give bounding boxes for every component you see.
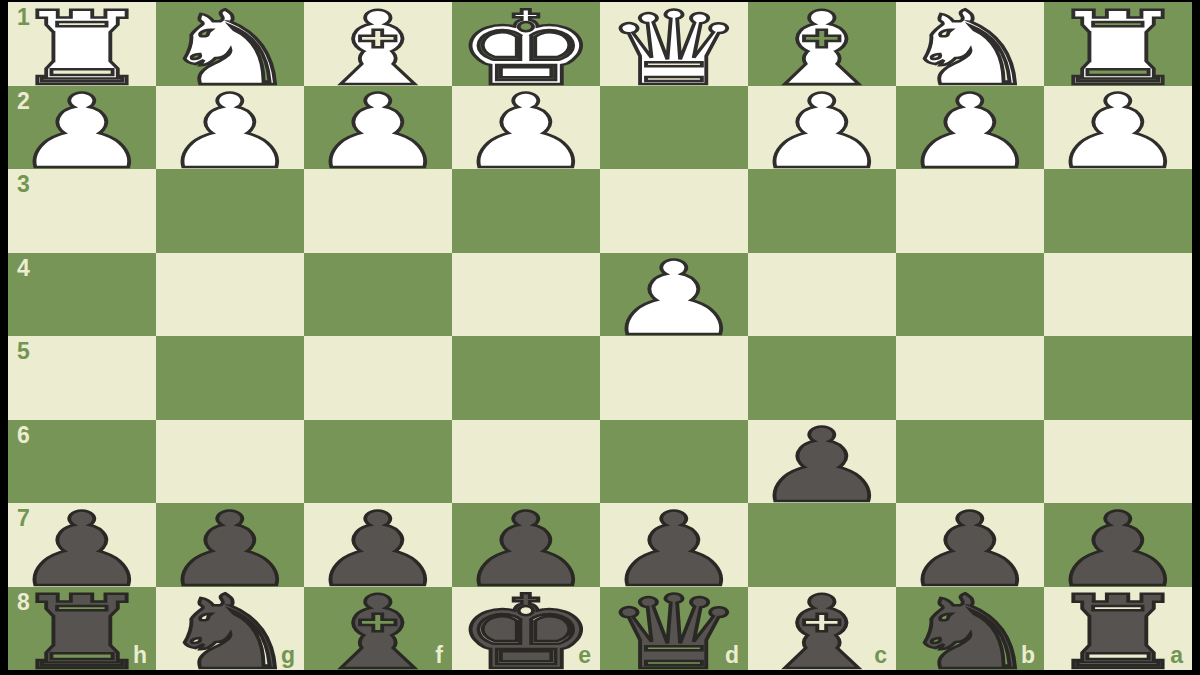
square-f4[interactable] <box>304 253 452 337</box>
square-g4[interactable] <box>156 253 304 337</box>
square-h5[interactable]: 5 <box>8 336 156 420</box>
square-g3[interactable] <box>156 169 304 253</box>
square-a8[interactable]: a♜ <box>1044 587 1192 671</box>
square-b3[interactable] <box>896 169 1044 253</box>
square-c4[interactable] <box>748 253 896 337</box>
square-a2[interactable]: ♟ <box>1044 86 1192 170</box>
square-b5[interactable] <box>896 336 1044 420</box>
square-h4[interactable]: 4 <box>8 253 156 337</box>
rank-label-3: 3 <box>17 173 30 196</box>
square-a4[interactable] <box>1044 253 1192 337</box>
square-e2[interactable]: ♟ <box>452 86 600 170</box>
square-a5[interactable] <box>1044 336 1192 420</box>
square-e5[interactable] <box>452 336 600 420</box>
square-e3[interactable] <box>452 169 600 253</box>
square-f5[interactable] <box>304 336 452 420</box>
rank-label-4: 4 <box>17 257 30 280</box>
black-rook[interactable]: ♜ <box>1003 587 1200 671</box>
square-g5[interactable] <box>156 336 304 420</box>
square-a3[interactable] <box>1044 169 1192 253</box>
square-h3[interactable]: 3 <box>8 169 156 253</box>
white-pawn[interactable]: ♟ <box>1003 86 1200 170</box>
square-f3[interactable] <box>304 169 452 253</box>
rank-label-6: 6 <box>17 424 30 447</box>
square-d4[interactable]: ♟ <box>600 253 748 337</box>
chess-board: 1♜♞♝♚♛♝♞♜2♟♟♟♟♟♟♟34♟56♟7♟♟♟♟♟♟♟8h♜g♞f♝e♚… <box>8 2 1192 670</box>
square-c6[interactable]: ♟ <box>748 420 896 504</box>
square-c3[interactable] <box>748 169 896 253</box>
square-d5[interactable] <box>600 336 748 420</box>
square-b4[interactable] <box>896 253 1044 337</box>
rank-label-5: 5 <box>17 340 30 363</box>
